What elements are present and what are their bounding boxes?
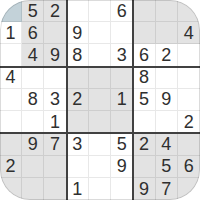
- box-divider-vertical-2: [132, 0, 134, 200]
- cell-r4c1[interactable]: 4: [0, 67, 22, 89]
- cell-r5c2[interactable]: 8: [22, 89, 44, 111]
- cell-r6c1[interactable]: [0, 111, 22, 133]
- cell-r1c1[interactable]: [0, 0, 22, 22]
- cell-r6c2[interactable]: [22, 111, 44, 133]
- cell-r1c4[interactable]: [67, 0, 89, 22]
- cell-r8c8[interactable]: 5: [156, 156, 178, 178]
- cell-r2c9[interactable]: 4: [178, 22, 200, 44]
- cell-r3c2[interactable]: 4: [22, 44, 44, 66]
- cell-r2c8[interactable]: [156, 22, 178, 44]
- cell-r7c5[interactable]: [89, 133, 111, 155]
- cell-r1c6[interactable]: 6: [111, 0, 133, 22]
- cell-r5c1[interactable]: [0, 89, 22, 111]
- cell-r6c5[interactable]: [89, 111, 111, 133]
- sudoku-board: 526169449836248832159129735242956197: [0, 0, 200, 200]
- cell-r7c7[interactable]: 2: [133, 133, 155, 155]
- cell-r6c9[interactable]: 2: [178, 111, 200, 133]
- cell-r1c5[interactable]: [89, 0, 111, 22]
- cell-r3c7[interactable]: 6: [133, 44, 155, 66]
- cell-r2c2[interactable]: 6: [22, 22, 44, 44]
- cell-r7c3[interactable]: 7: [44, 133, 66, 155]
- cell-r1c3[interactable]: 2: [44, 0, 66, 22]
- box-divider-horizontal-1: [0, 66, 200, 68]
- cell-r7c4[interactable]: 3: [67, 133, 89, 155]
- cell-r4c7[interactable]: 8: [133, 67, 155, 89]
- cell-r3c4[interactable]: 8: [67, 44, 89, 66]
- cell-r7c6[interactable]: 5: [111, 133, 133, 155]
- cell-r4c2[interactable]: [22, 67, 44, 89]
- cell-r4c8[interactable]: [156, 67, 178, 89]
- cell-r9c9[interactable]: [178, 178, 200, 200]
- cell-r3c8[interactable]: 2: [156, 44, 178, 66]
- cell-r1c2[interactable]: 5: [22, 0, 44, 22]
- cell-r6c3[interactable]: 1: [44, 111, 66, 133]
- cell-r9c3[interactable]: [44, 178, 66, 200]
- cell-r2c5[interactable]: [89, 22, 111, 44]
- cell-r4c6[interactable]: [111, 67, 133, 89]
- cell-r6c8[interactable]: [156, 111, 178, 133]
- cell-r5c6[interactable]: 1: [111, 89, 133, 111]
- cell-r9c7[interactable]: 9: [133, 178, 155, 200]
- cell-r3c6[interactable]: 3: [111, 44, 133, 66]
- cell-r3c1[interactable]: [0, 44, 22, 66]
- cell-r5c4[interactable]: 2: [67, 89, 89, 111]
- cell-r7c1[interactable]: [0, 133, 22, 155]
- box-divider-vertical-1: [66, 0, 68, 200]
- cell-r1c9[interactable]: [178, 0, 200, 22]
- cell-r8c1[interactable]: 2: [0, 156, 22, 178]
- cell-r7c9[interactable]: [178, 133, 200, 155]
- cell-r1c7[interactable]: [133, 0, 155, 22]
- cell-r5c5[interactable]: [89, 89, 111, 111]
- cell-r9c4[interactable]: 1: [67, 178, 89, 200]
- cell-r8c5[interactable]: [89, 156, 111, 178]
- cell-r6c4[interactable]: [67, 111, 89, 133]
- cell-r6c7[interactable]: [133, 111, 155, 133]
- cell-r7c8[interactable]: 4: [156, 133, 178, 155]
- sudoku-grid: 526169449836248832159129735242956197: [0, 0, 200, 200]
- cell-r3c9[interactable]: [178, 44, 200, 66]
- cell-r2c6[interactable]: [111, 22, 133, 44]
- cell-r3c3[interactable]: 9: [44, 44, 66, 66]
- cell-r5c9[interactable]: [178, 89, 200, 111]
- cell-r5c8[interactable]: 9: [156, 89, 178, 111]
- cell-r3c5[interactable]: [89, 44, 111, 66]
- cell-r8c3[interactable]: [44, 156, 66, 178]
- cell-r4c9[interactable]: [178, 67, 200, 89]
- cell-r2c1[interactable]: 1: [0, 22, 22, 44]
- cell-r8c2[interactable]: [22, 156, 44, 178]
- cell-r4c3[interactable]: [44, 67, 66, 89]
- cell-r9c8[interactable]: 7: [156, 178, 178, 200]
- cell-r9c2[interactable]: [22, 178, 44, 200]
- cell-r4c4[interactable]: [67, 67, 89, 89]
- cell-r8c9[interactable]: 6: [178, 156, 200, 178]
- cell-r7c2[interactable]: 9: [22, 133, 44, 155]
- cell-r2c7[interactable]: [133, 22, 155, 44]
- cell-r9c6[interactable]: [111, 178, 133, 200]
- cell-r4c5[interactable]: [89, 67, 111, 89]
- cell-r9c5[interactable]: [89, 178, 111, 200]
- cell-r2c4[interactable]: 9: [67, 22, 89, 44]
- cell-r5c7[interactable]: 5: [133, 89, 155, 111]
- cell-r8c7[interactable]: [133, 156, 155, 178]
- cell-r9c1[interactable]: [0, 178, 22, 200]
- cell-r6c6[interactable]: [111, 111, 133, 133]
- cell-r8c4[interactable]: [67, 156, 89, 178]
- cell-r5c3[interactable]: 3: [44, 89, 66, 111]
- cell-r2c3[interactable]: [44, 22, 66, 44]
- cell-r8c6[interactable]: 9: [111, 156, 133, 178]
- box-divider-horizontal-2: [0, 132, 200, 134]
- cell-r1c8[interactable]: [156, 0, 178, 22]
